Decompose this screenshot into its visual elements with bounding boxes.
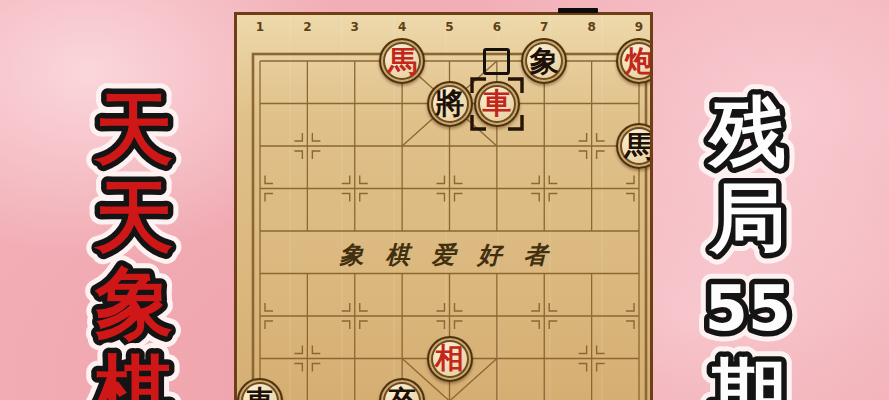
piece-black-象[interactable]: 象 [521,38,567,84]
right-title-char-1: 残残 [690,78,806,178]
right-title-char-4: 期期 [690,340,806,400]
svg-text:残: 残 [707,87,786,176]
svg-text:天: 天 [93,84,173,174]
svg-text:期: 期 [710,349,786,400]
left-title-char-1: 天天 [76,76,192,176]
left-title-char-4: 棋棋 [76,338,192,400]
col-label-7: 7 [534,20,554,34]
col-label-5: 5 [440,20,460,34]
left-title-char-3: 象象 [76,250,192,350]
svg-text:局: 局 [708,173,786,262]
svg-text:天: 天 [93,172,173,262]
col-label-2: 2 [297,20,317,34]
xiangqi-board[interactable]: 1 2 3 4 5 6 7 8 9 象棋爱好者 馬象炮將車馬相車卒 [234,12,653,400]
svg-text:棋: 棋 [93,346,173,400]
piece-red-相[interactable]: 相 [427,336,473,382]
right-title-char-2: 局局 [690,164,806,264]
col-label-6: 6 [487,20,507,34]
svg-text:象: 象 [94,258,173,348]
left-title-char-2: 天天 [76,164,192,264]
svg-text:55: 55 [705,272,791,345]
river-watermark-text: 象棋爱好者 [237,239,650,271]
col-label-8: 8 [582,20,602,34]
video-marker-bar [558,8,598,13]
right-title-number: 5555 [690,254,806,354]
last-move-from-marker [483,48,510,75]
screenshot-root: { "game": "xiangqi", "title_left": { "la… [0,0,889,400]
col-label-9: 9 [629,20,649,34]
col-label-4: 4 [392,20,412,34]
piece-red-馬[interactable]: 馬 [379,38,425,84]
col-label-3: 3 [345,20,365,34]
selected-piece-brackets [468,75,526,133]
col-label-1: 1 [250,20,270,34]
piece-black-將[interactable]: 將 [427,81,473,127]
